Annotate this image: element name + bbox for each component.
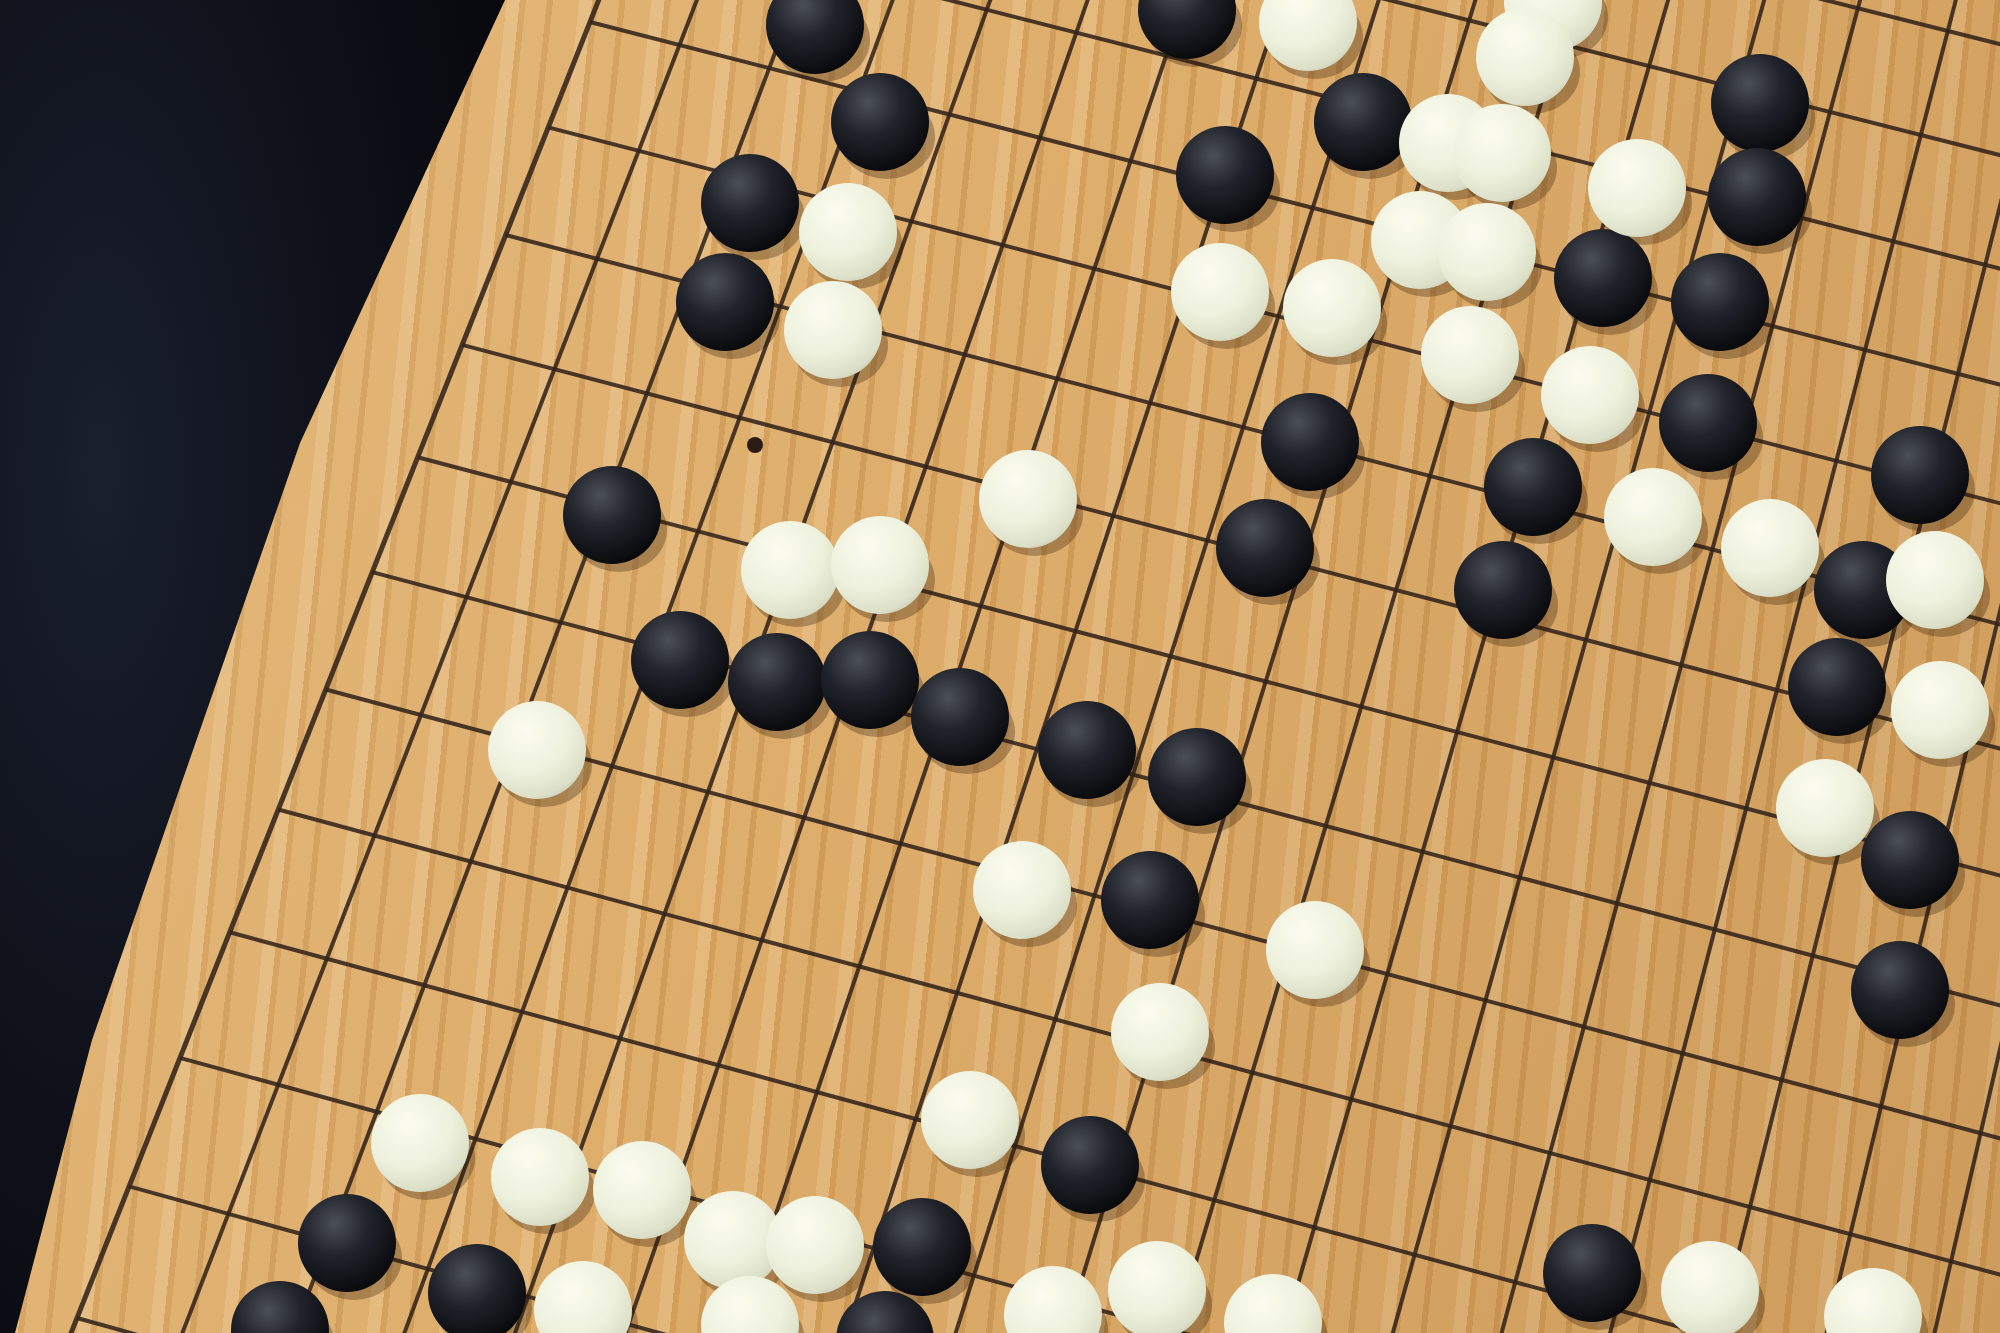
black-stone[interactable] [1261,393,1359,491]
white-stone[interactable] [973,841,1071,939]
black-stone[interactable] [1851,941,1949,1039]
black-stone[interactable] [1659,374,1757,472]
black-stone[interactable] [728,633,826,731]
white-stone[interactable] [1721,499,1819,597]
white-stone[interactable] [1776,759,1874,857]
white-stone[interactable] [1476,8,1574,106]
white-stone[interactable] [1891,661,1989,759]
black-stone[interactable] [911,668,1009,766]
black-stone[interactable] [1671,253,1769,351]
white-stone[interactable] [1111,983,1209,1081]
star-points [747,437,763,453]
black-stone[interactable] [298,1194,396,1292]
go-board-photo [0,0,2000,1333]
black-stone[interactable] [1314,73,1412,171]
white-stone[interactable] [1541,346,1639,444]
white-stone[interactable] [1224,1274,1322,1333]
white-stone[interactable] [371,1094,469,1192]
black-stone[interactable] [1041,1116,1139,1214]
white-stone[interactable] [593,1141,691,1239]
black-stone[interactable] [701,154,799,252]
black-stone[interactable] [1038,701,1136,799]
white-stone[interactable] [831,516,929,614]
black-stone[interactable] [1176,126,1274,224]
black-stone[interactable] [831,73,929,171]
black-stone[interactable] [1484,438,1582,536]
black-stone[interactable] [1554,229,1652,327]
black-stone[interactable] [1871,426,1969,524]
black-stone[interactable] [631,611,729,709]
white-stone[interactable] [741,521,839,619]
white-stone[interactable] [784,281,882,379]
black-stone[interactable] [821,631,919,729]
white-stone[interactable] [1421,306,1519,404]
black-stone[interactable] [1101,851,1199,949]
stones [231,0,1989,1333]
white-stone[interactable] [1604,468,1702,566]
white-stone[interactable] [1661,1241,1759,1333]
white-stone[interactable] [1283,259,1381,357]
grid-column-line [1053,0,1678,1333]
board-svg[interactable] [0,0,2000,1333]
black-stone[interactable] [1861,811,1959,909]
white-stone[interactable] [491,1128,589,1226]
white-stone[interactable] [1108,1241,1206,1333]
black-stone[interactable] [428,1244,526,1333]
hoshi-star-point [747,437,763,453]
white-stone[interactable] [979,450,1077,548]
black-stone[interactable] [1788,638,1886,736]
black-stone[interactable] [1148,728,1246,826]
black-stone[interactable] [1711,54,1809,152]
white-stone[interactable] [799,183,897,281]
black-stone[interactable] [1543,1224,1641,1322]
black-stone[interactable] [873,1198,971,1296]
white-stone[interactable] [766,1196,864,1294]
white-stone[interactable] [1886,531,1984,629]
black-stone[interactable] [563,466,661,564]
black-stone[interactable] [1708,148,1806,246]
white-stone[interactable] [1171,243,1269,341]
white-stone[interactable] [1438,203,1536,301]
white-stone[interactable] [488,701,586,799]
black-stone[interactable] [231,1281,329,1333]
black-stone[interactable] [676,253,774,351]
white-stone[interactable] [1004,1266,1102,1333]
white-stone[interactable] [1588,139,1686,237]
black-stone[interactable] [1454,541,1552,639]
white-stone[interactable] [534,1261,632,1333]
white-stone[interactable] [921,1071,1019,1169]
black-stone[interactable] [1216,499,1314,597]
white-stone[interactable] [1453,104,1551,202]
white-stone[interactable] [1266,901,1364,999]
